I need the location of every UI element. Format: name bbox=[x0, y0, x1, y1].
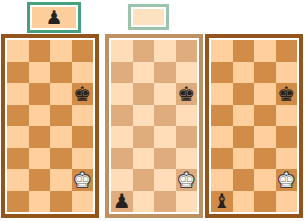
board-square bbox=[7, 191, 29, 213]
board-square bbox=[254, 62, 276, 84]
board-square bbox=[50, 191, 72, 213]
board-square bbox=[111, 105, 133, 127]
board-square bbox=[72, 191, 94, 213]
board-1-grid: ♚♚ bbox=[7, 40, 93, 212]
board-square bbox=[211, 148, 233, 170]
board-square bbox=[211, 62, 233, 84]
board-square bbox=[50, 126, 72, 148]
board-square: ♚ bbox=[176, 169, 198, 191]
board-square bbox=[211, 126, 233, 148]
board-square bbox=[176, 148, 198, 170]
board-square bbox=[176, 126, 198, 148]
black-king-icon: ♚ bbox=[73, 84, 91, 104]
board-square bbox=[233, 126, 255, 148]
white-king-icon: ♚ bbox=[73, 170, 91, 190]
board-square bbox=[7, 105, 29, 127]
board-2-grid: ♚♚♟ bbox=[111, 40, 197, 212]
board-square bbox=[29, 169, 51, 191]
board-square bbox=[133, 191, 155, 213]
board-square: ♚ bbox=[72, 169, 94, 191]
chess-board-1[interactable]: ♚♚ bbox=[1, 34, 99, 218]
board-square bbox=[276, 40, 298, 62]
board-square bbox=[254, 126, 276, 148]
board-square bbox=[211, 169, 233, 191]
board-square bbox=[176, 105, 198, 127]
board-square bbox=[72, 126, 94, 148]
board-square bbox=[50, 148, 72, 170]
board-square bbox=[72, 148, 94, 170]
board-square bbox=[254, 191, 276, 213]
board-square bbox=[72, 105, 94, 127]
board-square bbox=[72, 40, 94, 62]
board-square bbox=[133, 169, 155, 191]
board-square bbox=[29, 62, 51, 84]
board-square bbox=[276, 105, 298, 127]
board-square bbox=[7, 148, 29, 170]
chess-lesson-panel: ♟ ♚♚ ♚♚♟ ♚♚♝ bbox=[0, 0, 306, 221]
board-square: ♚ bbox=[276, 169, 298, 191]
board-square bbox=[29, 40, 51, 62]
black-pawn-icon: ♟ bbox=[113, 191, 131, 211]
board-square bbox=[176, 40, 198, 62]
chess-board-3[interactable]: ♚♚♝ bbox=[205, 34, 303, 218]
board-square bbox=[133, 62, 155, 84]
black-king-icon: ♚ bbox=[277, 84, 295, 104]
board-square bbox=[211, 40, 233, 62]
board-square bbox=[111, 40, 133, 62]
board-square bbox=[276, 191, 298, 213]
board-square bbox=[29, 126, 51, 148]
board-3-grid: ♚♚♝ bbox=[211, 40, 297, 212]
board-square bbox=[154, 62, 176, 84]
board-square bbox=[233, 169, 255, 191]
board-square: ♝ bbox=[211, 191, 233, 213]
board-square bbox=[211, 83, 233, 105]
board-square bbox=[276, 62, 298, 84]
board-square bbox=[133, 126, 155, 148]
board-square bbox=[7, 83, 29, 105]
board-square bbox=[233, 40, 255, 62]
board-square bbox=[50, 40, 72, 62]
board-square bbox=[154, 148, 176, 170]
board-square bbox=[233, 83, 255, 105]
board-square: ♚ bbox=[72, 83, 94, 105]
board-square bbox=[176, 191, 198, 213]
board-square bbox=[276, 148, 298, 170]
board-square bbox=[111, 83, 133, 105]
board-square bbox=[111, 126, 133, 148]
board-square bbox=[7, 40, 29, 62]
white-king-icon: ♚ bbox=[277, 170, 295, 190]
board-square bbox=[29, 83, 51, 105]
tray-piece-box[interactable]: ♟ bbox=[27, 2, 81, 33]
tray-piece-box-fill: ♟ bbox=[32, 7, 76, 28]
board-square bbox=[29, 191, 51, 213]
board-square bbox=[133, 40, 155, 62]
board-square bbox=[111, 169, 133, 191]
board-square bbox=[233, 148, 255, 170]
board-square bbox=[7, 169, 29, 191]
board-square bbox=[233, 105, 255, 127]
board-square bbox=[154, 191, 176, 213]
black-bishop-icon: ♝ bbox=[213, 191, 231, 211]
chess-board-2[interactable]: ♚♚♟ bbox=[105, 34, 203, 218]
board-square bbox=[50, 105, 72, 127]
board-square bbox=[233, 191, 255, 213]
tray-empty-box-fill bbox=[133, 9, 164, 25]
board-square bbox=[276, 126, 298, 148]
board-square bbox=[7, 62, 29, 84]
board-square: ♚ bbox=[276, 83, 298, 105]
board-square bbox=[50, 83, 72, 105]
board-square bbox=[154, 40, 176, 62]
board-square bbox=[111, 62, 133, 84]
white-king-icon: ♚ bbox=[177, 170, 195, 190]
board-square: ♟ bbox=[111, 191, 133, 213]
board-square bbox=[254, 105, 276, 127]
board-square bbox=[154, 169, 176, 191]
board-square bbox=[111, 148, 133, 170]
board-square bbox=[154, 126, 176, 148]
board-square bbox=[254, 148, 276, 170]
board-square bbox=[211, 105, 233, 127]
board-square bbox=[254, 83, 276, 105]
board-square bbox=[176, 62, 198, 84]
board-square bbox=[50, 169, 72, 191]
board-square bbox=[50, 62, 72, 84]
board-square bbox=[133, 148, 155, 170]
board-square bbox=[154, 105, 176, 127]
board-square bbox=[154, 83, 176, 105]
board-square bbox=[72, 62, 94, 84]
black-king-icon: ♚ bbox=[177, 84, 195, 104]
board-square bbox=[29, 148, 51, 170]
black-pawn-icon[interactable]: ♟ bbox=[45, 8, 62, 27]
board-square bbox=[233, 62, 255, 84]
board-square bbox=[254, 169, 276, 191]
board-square bbox=[7, 126, 29, 148]
board-square bbox=[254, 40, 276, 62]
board-square bbox=[133, 83, 155, 105]
board-square bbox=[29, 105, 51, 127]
board-square bbox=[133, 105, 155, 127]
board-square: ♚ bbox=[176, 83, 198, 105]
tray-empty-box[interactable] bbox=[128, 4, 169, 30]
